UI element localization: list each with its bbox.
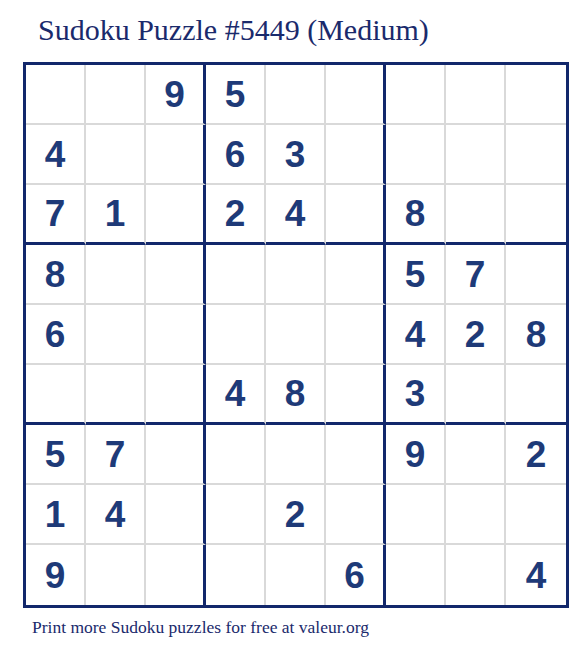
sudoku-cell-r9c4 xyxy=(206,545,266,605)
sudoku-cell-r9c2 xyxy=(86,545,146,605)
sudoku-cell-r9c8 xyxy=(446,545,506,605)
sudoku-cell-r3c4: 2 xyxy=(206,185,266,245)
sudoku-cell-r8c4 xyxy=(206,485,266,545)
sudoku-cell-r5c8: 2 xyxy=(446,305,506,365)
sudoku-cell-r5c7: 4 xyxy=(386,305,446,365)
sudoku-cell-r3c1: 7 xyxy=(26,185,86,245)
footer-text: Print more Sudoku puzzles for free at va… xyxy=(32,617,369,638)
sudoku-cell-r3c7: 8 xyxy=(386,185,446,245)
sudoku-cell-r1c2 xyxy=(86,65,146,125)
sudoku-cell-r8c1: 1 xyxy=(26,485,86,545)
sudoku-cell-r4c4 xyxy=(206,245,266,305)
sudoku-cell-r4c3 xyxy=(146,245,206,305)
sudoku-cell-r6c7: 3 xyxy=(386,365,446,425)
sudoku-cell-r7c6 xyxy=(326,425,386,485)
sudoku-cell-r1c4: 5 xyxy=(206,65,266,125)
sudoku-cell-r9c6: 6 xyxy=(326,545,386,605)
sudoku-cell-r5c9: 8 xyxy=(506,305,566,365)
sudoku-cell-r1c8 xyxy=(446,65,506,125)
sudoku-cell-r1c3: 9 xyxy=(146,65,206,125)
sudoku-cell-r2c5: 3 xyxy=(266,125,326,185)
sudoku-cell-r9c7 xyxy=(386,545,446,605)
sudoku-cell-r8c8 xyxy=(446,485,506,545)
sudoku-cell-r4c6 xyxy=(326,245,386,305)
sudoku-cell-r7c1: 5 xyxy=(26,425,86,485)
sudoku-cell-r5c6 xyxy=(326,305,386,365)
sudoku-cell-r2c7 xyxy=(386,125,446,185)
sudoku-cell-r6c4: 4 xyxy=(206,365,266,425)
sudoku-cell-r7c8 xyxy=(446,425,506,485)
sudoku-cell-r3c9 xyxy=(506,185,566,245)
sudoku-cell-r6c2 xyxy=(86,365,146,425)
sudoku-cell-r9c1: 9 xyxy=(26,545,86,605)
sudoku-cell-r8c6 xyxy=(326,485,386,545)
sudoku-cell-r8c7 xyxy=(386,485,446,545)
sudoku-cell-r3c6 xyxy=(326,185,386,245)
sudoku-cell-r4c5 xyxy=(266,245,326,305)
sudoku-cell-r7c4 xyxy=(206,425,266,485)
sudoku-cell-r2c2 xyxy=(86,125,146,185)
page-title: Sudoku Puzzle #5449 (Medium) xyxy=(38,13,429,47)
sudoku-cell-r5c3 xyxy=(146,305,206,365)
sudoku-cell-r5c2 xyxy=(86,305,146,365)
sudoku-cell-r5c1: 6 xyxy=(26,305,86,365)
sudoku-cell-r8c5: 2 xyxy=(266,485,326,545)
sudoku-board: 954637124885764284835792142964 xyxy=(23,62,569,608)
sudoku-cell-r6c5: 8 xyxy=(266,365,326,425)
sudoku-cell-r7c9: 2 xyxy=(506,425,566,485)
sudoku-cell-r2c9 xyxy=(506,125,566,185)
sudoku-cell-r8c2: 4 xyxy=(86,485,146,545)
sudoku-cell-r9c5 xyxy=(266,545,326,605)
sudoku-cell-r7c7: 9 xyxy=(386,425,446,485)
sudoku-cell-r8c3 xyxy=(146,485,206,545)
sudoku-cell-r8c9 xyxy=(506,485,566,545)
sudoku-page: Sudoku Puzzle #5449 (Medium) 95463712488… xyxy=(0,0,574,651)
sudoku-cell-r2c8 xyxy=(446,125,506,185)
sudoku-cell-r1c9 xyxy=(506,65,566,125)
sudoku-cell-r2c1: 4 xyxy=(26,125,86,185)
sudoku-cell-r1c6 xyxy=(326,65,386,125)
sudoku-cell-r4c7: 5 xyxy=(386,245,446,305)
sudoku-cell-r9c3 xyxy=(146,545,206,605)
sudoku-cell-r4c2 xyxy=(86,245,146,305)
sudoku-cell-r1c7 xyxy=(386,65,446,125)
sudoku-cell-r9c9: 4 xyxy=(506,545,566,605)
sudoku-cell-r7c3 xyxy=(146,425,206,485)
sudoku-cell-r6c1 xyxy=(26,365,86,425)
sudoku-cell-r6c8 xyxy=(446,365,506,425)
sudoku-cell-r7c5 xyxy=(266,425,326,485)
sudoku-cell-r3c3 xyxy=(146,185,206,245)
sudoku-cell-r4c9 xyxy=(506,245,566,305)
sudoku-cell-r2c4: 6 xyxy=(206,125,266,185)
sudoku-cell-r2c6 xyxy=(326,125,386,185)
sudoku-cell-r6c3 xyxy=(146,365,206,425)
sudoku-cell-r3c2: 1 xyxy=(86,185,146,245)
sudoku-cell-r7c2: 7 xyxy=(86,425,146,485)
sudoku-cell-r6c6 xyxy=(326,365,386,425)
sudoku-cell-r4c8: 7 xyxy=(446,245,506,305)
sudoku-cell-r4c1: 8 xyxy=(26,245,86,305)
sudoku-cell-r3c5: 4 xyxy=(266,185,326,245)
sudoku-cell-r2c3 xyxy=(146,125,206,185)
sudoku-cell-r6c9 xyxy=(506,365,566,425)
sudoku-cell-r5c4 xyxy=(206,305,266,365)
sudoku-cell-r1c5 xyxy=(266,65,326,125)
sudoku-cell-r3c8 xyxy=(446,185,506,245)
sudoku-cell-r1c1 xyxy=(26,65,86,125)
sudoku-cell-r5c5 xyxy=(266,305,326,365)
